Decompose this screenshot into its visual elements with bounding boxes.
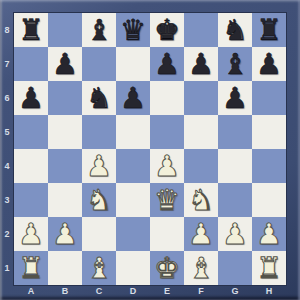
file-label-g: G <box>218 285 252 299</box>
chess-board-frame: 87654321 ♜♝♛♚♞♜♟♟♟♝♟♟♞♟♟♟♟♞♛♞♟♟♟♟♟♜♝♚♝♜ … <box>0 0 300 300</box>
square-h1[interactable]: ♜ <box>252 251 286 285</box>
square-e5[interactable] <box>150 115 184 149</box>
square-c1[interactable]: ♝ <box>82 251 116 285</box>
square-f3[interactable]: ♞ <box>184 183 218 217</box>
square-g4[interactable] <box>218 149 252 183</box>
square-d7[interactable] <box>116 47 150 81</box>
square-g1[interactable] <box>218 251 252 285</box>
white-knight: ♞ <box>184 183 218 217</box>
white-queen: ♛ <box>150 183 184 217</box>
white-king: ♚ <box>150 251 184 285</box>
square-e8[interactable]: ♚ <box>150 13 184 47</box>
black-king: ♚ <box>150 13 184 47</box>
white-rook: ♜ <box>252 251 286 285</box>
rank-label-6: 6 <box>0 81 14 115</box>
white-pawn: ♟ <box>82 149 116 183</box>
square-d4[interactable] <box>116 149 150 183</box>
file-label-f: F <box>184 285 218 299</box>
square-e2[interactable] <box>150 217 184 251</box>
black-pawn: ♟ <box>48 47 82 81</box>
square-a8[interactable]: ♜ <box>14 13 48 47</box>
square-h4[interactable] <box>252 149 286 183</box>
black-queen: ♛ <box>116 13 150 47</box>
square-d5[interactable] <box>116 115 150 149</box>
white-pawn: ♟ <box>14 217 48 251</box>
square-b7[interactable]: ♟ <box>48 47 82 81</box>
chess-board: ♜♝♛♚♞♜♟♟♟♝♟♟♞♟♟♟♟♞♛♞♟♟♟♟♟♜♝♚♝♜ <box>14 13 286 285</box>
black-pawn: ♟ <box>14 81 48 115</box>
file-label-e: E <box>150 285 184 299</box>
square-d3[interactable] <box>116 183 150 217</box>
square-b5[interactable] <box>48 115 82 149</box>
square-a7[interactable] <box>14 47 48 81</box>
rank-label-4: 4 <box>0 149 14 183</box>
square-g8[interactable]: ♞ <box>218 13 252 47</box>
black-bishop: ♝ <box>218 47 252 81</box>
square-f2[interactable]: ♟ <box>184 217 218 251</box>
file-label-a: A <box>14 285 48 299</box>
square-a6[interactable]: ♟ <box>14 81 48 115</box>
white-pawn: ♟ <box>252 217 286 251</box>
square-c3[interactable]: ♞ <box>82 183 116 217</box>
square-a1[interactable]: ♜ <box>14 251 48 285</box>
square-h3[interactable] <box>252 183 286 217</box>
rank-label-5: 5 <box>0 115 14 149</box>
square-a4[interactable] <box>14 149 48 183</box>
square-g5[interactable] <box>218 115 252 149</box>
square-e4[interactable]: ♟ <box>150 149 184 183</box>
square-b3[interactable] <box>48 183 82 217</box>
black-pawn: ♟ <box>116 81 150 115</box>
black-pawn: ♟ <box>150 47 184 81</box>
file-label-c: C <box>82 285 116 299</box>
square-c6[interactable]: ♞ <box>82 81 116 115</box>
white-rook: ♜ <box>14 251 48 285</box>
square-d8[interactable]: ♛ <box>116 13 150 47</box>
square-h8[interactable]: ♜ <box>252 13 286 47</box>
square-f5[interactable] <box>184 115 218 149</box>
rank-label-8: 8 <box>0 13 14 47</box>
square-d1[interactable] <box>116 251 150 285</box>
square-c4[interactable]: ♟ <box>82 149 116 183</box>
square-c5[interactable] <box>82 115 116 149</box>
square-b8[interactable] <box>48 13 82 47</box>
white-knight: ♞ <box>82 183 116 217</box>
square-b4[interactable] <box>48 149 82 183</box>
square-c8[interactable]: ♝ <box>82 13 116 47</box>
black-knight: ♞ <box>82 81 116 115</box>
square-b1[interactable] <box>48 251 82 285</box>
square-b6[interactable] <box>48 81 82 115</box>
square-h6[interactable] <box>252 81 286 115</box>
square-h5[interactable] <box>252 115 286 149</box>
square-a2[interactable]: ♟ <box>14 217 48 251</box>
square-f4[interactable] <box>184 149 218 183</box>
rank-labels: 87654321 <box>0 13 14 285</box>
black-rook: ♜ <box>252 13 286 47</box>
rank-label-3: 3 <box>0 183 14 217</box>
white-pawn: ♟ <box>218 217 252 251</box>
white-pawn: ♟ <box>48 217 82 251</box>
rank-label-2: 2 <box>0 217 14 251</box>
black-bishop: ♝ <box>82 13 116 47</box>
square-g7[interactable]: ♝ <box>218 47 252 81</box>
file-label-b: B <box>48 285 82 299</box>
square-e3[interactable]: ♛ <box>150 183 184 217</box>
white-bishop: ♝ <box>82 251 116 285</box>
square-f1[interactable]: ♝ <box>184 251 218 285</box>
square-e1[interactable]: ♚ <box>150 251 184 285</box>
file-labels: ABCDEFGH <box>14 285 286 299</box>
square-d2[interactable] <box>116 217 150 251</box>
square-e6[interactable] <box>150 81 184 115</box>
square-f6[interactable] <box>184 81 218 115</box>
square-c2[interactable] <box>82 217 116 251</box>
rank-label-7: 7 <box>0 47 14 81</box>
file-label-h: H <box>252 285 286 299</box>
black-pawn: ♟ <box>184 47 218 81</box>
square-c7[interactable] <box>82 47 116 81</box>
white-bishop: ♝ <box>184 251 218 285</box>
black-pawn: ♟ <box>252 47 286 81</box>
square-a5[interactable] <box>14 115 48 149</box>
square-e7[interactable]: ♟ <box>150 47 184 81</box>
black-knight: ♞ <box>218 13 252 47</box>
white-pawn: ♟ <box>184 217 218 251</box>
square-d6[interactable]: ♟ <box>116 81 150 115</box>
file-label-d: D <box>116 285 150 299</box>
rank-label-1: 1 <box>0 251 14 285</box>
white-pawn: ♟ <box>150 149 184 183</box>
square-f8[interactable] <box>184 13 218 47</box>
square-f7[interactable]: ♟ <box>184 47 218 81</box>
black-rook: ♜ <box>14 13 48 47</box>
square-h2[interactable]: ♟ <box>252 217 286 251</box>
square-g2[interactable]: ♟ <box>218 217 252 251</box>
square-h7[interactable]: ♟ <box>252 47 286 81</box>
square-g6[interactable]: ♟ <box>218 81 252 115</box>
square-b2[interactable]: ♟ <box>48 217 82 251</box>
square-g3[interactable] <box>218 183 252 217</box>
black-pawn: ♟ <box>218 81 252 115</box>
square-a3[interactable] <box>14 183 48 217</box>
